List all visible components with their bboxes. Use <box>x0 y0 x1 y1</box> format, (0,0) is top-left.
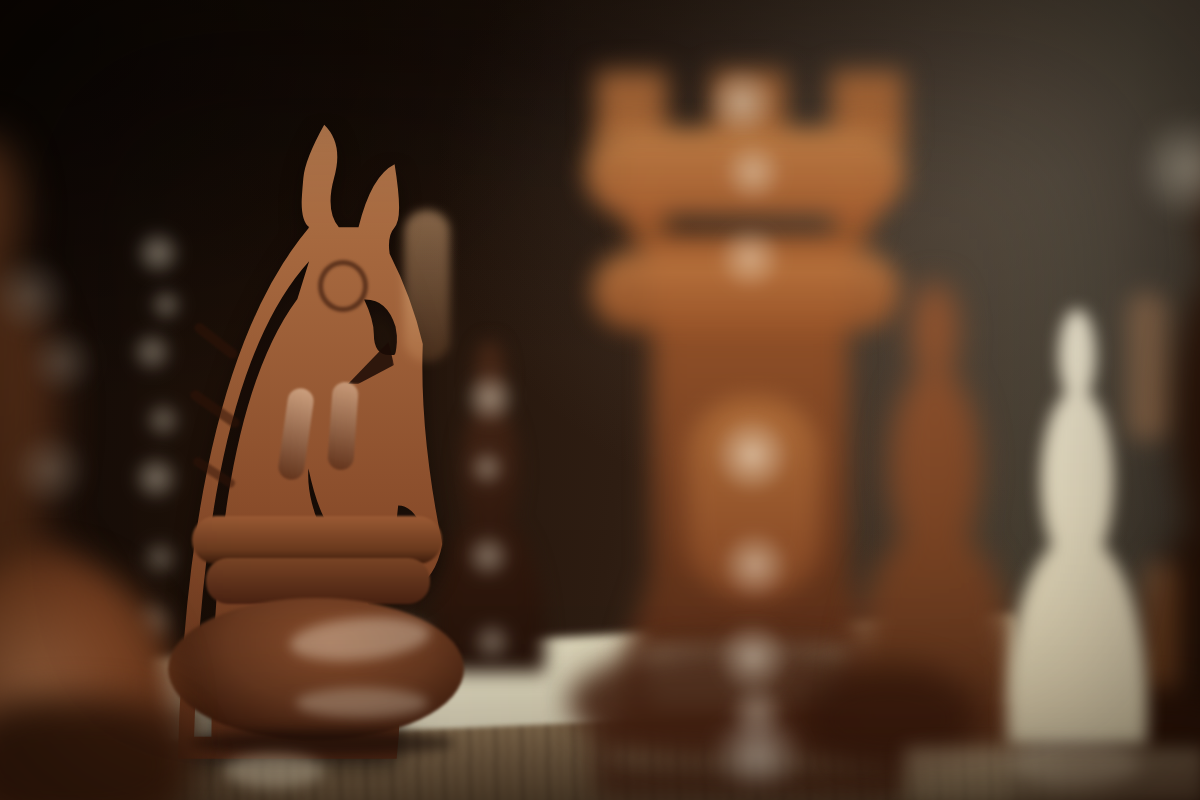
rook-stem-highlight <box>688 398 820 598</box>
rook-crown-band <box>592 252 900 330</box>
blurred-dark-pawn-left-edge: ♟ <box>0 140 160 800</box>
knight-mane-slash <box>192 321 239 361</box>
knight-rim-light <box>404 210 450 362</box>
knight-mane-groove <box>327 381 359 471</box>
bokeh-highlight <box>716 224 784 292</box>
board-light-square <box>148 613 1023 773</box>
blurred-white-pawn: ♟ <box>995 315 1160 735</box>
bokeh-highlight <box>715 620 791 696</box>
knight-reflection <box>224 754 324 788</box>
base-shadow-blob <box>800 664 980 774</box>
pawn-glyph: ♟ <box>1067 0 1200 800</box>
blurred-dark-rook: ♜ <box>555 75 945 785</box>
bokeh-highlight <box>719 529 791 601</box>
knight-collar-ring <box>192 516 442 564</box>
bokeh-layer <box>0 0 1200 800</box>
bokeh-highlight <box>706 66 778 138</box>
bokeh-highlight <box>466 447 508 489</box>
board-shadow-left <box>0 712 310 800</box>
bokeh-highlight <box>10 430 90 510</box>
pawn-glyph: ♟ <box>0 0 206 800</box>
bokeh-highlight <box>469 619 515 665</box>
bokeh-highlight <box>462 370 518 426</box>
bokeh-highlight <box>127 597 177 647</box>
white-pawn-reflection <box>1010 742 1140 786</box>
rim-light <box>1128 292 1168 442</box>
rim-light <box>1140 560 1180 700</box>
knight-mane-groove <box>277 387 316 482</box>
knight-mane-slash <box>191 456 236 490</box>
board-light-wash <box>905 748 1200 800</box>
foreground-blurred-piece <box>0 555 180 800</box>
bokeh-highlight <box>712 415 792 495</box>
bokeh-highlight <box>727 682 787 742</box>
knight-base-highlight <box>288 612 431 666</box>
knight-piece-focused: ♞ <box>145 130 475 750</box>
knight-base-bulb <box>168 598 464 740</box>
knight-glyph: ♞ <box>103 0 517 800</box>
vignette <box>0 0 1200 800</box>
background <box>0 0 1200 800</box>
pawn-glyph: ♟ <box>803 154 1067 800</box>
blurred-dark-piece-right-edge: ♟ <box>1100 140 1200 800</box>
knight-waist-ring <box>206 558 430 604</box>
board-foreground-wood <box>0 695 1200 800</box>
knight-contact-shadow <box>185 730 455 756</box>
bokeh-highlight <box>9 579 101 671</box>
chess-macro-photo: ♟ ♟ ♜ ♟ ♟ ♟ ♞ <box>0 0 1200 800</box>
bokeh-highlight <box>134 666 182 714</box>
distant-white-piece <box>1142 108 1200 228</box>
bokeh-highlight <box>130 452 182 504</box>
knight-mouth-notch <box>348 342 394 384</box>
bokeh-highlight <box>132 227 184 279</box>
bokeh-highlight <box>141 398 185 442</box>
knight-mane-slash <box>188 388 241 429</box>
pawn-glyph: ♟ <box>972 190 1182 800</box>
bokeh-highlight <box>26 326 98 398</box>
blurred-dark-pawn-center: ♟ <box>425 345 555 665</box>
knight-eye-carving <box>318 260 368 312</box>
pawn-glyph: ♟ <box>407 250 572 779</box>
bokeh-highlight <box>0 253 72 337</box>
bokeh-highlight <box>146 285 186 325</box>
bokeh-highlight <box>128 328 176 376</box>
foreground-blurred-piece-shadow <box>0 700 190 800</box>
rook-reflection <box>700 722 815 786</box>
base-shadow-blob <box>1050 690 1200 800</box>
bokeh-highlight <box>138 536 182 580</box>
rook-base-shadow <box>568 642 928 762</box>
bokeh-highlight <box>0 654 86 750</box>
blurred-dark-pawn-right: ♟ <box>830 285 1040 745</box>
bokeh-highlight <box>721 140 785 204</box>
rook-glyph: ♜ <box>505 0 994 800</box>
board-shadow-right <box>1010 698 1200 800</box>
bokeh-highlight <box>463 531 513 581</box>
knight-base-highlight <box>296 688 428 718</box>
rook-crown-band <box>585 128 905 216</box>
